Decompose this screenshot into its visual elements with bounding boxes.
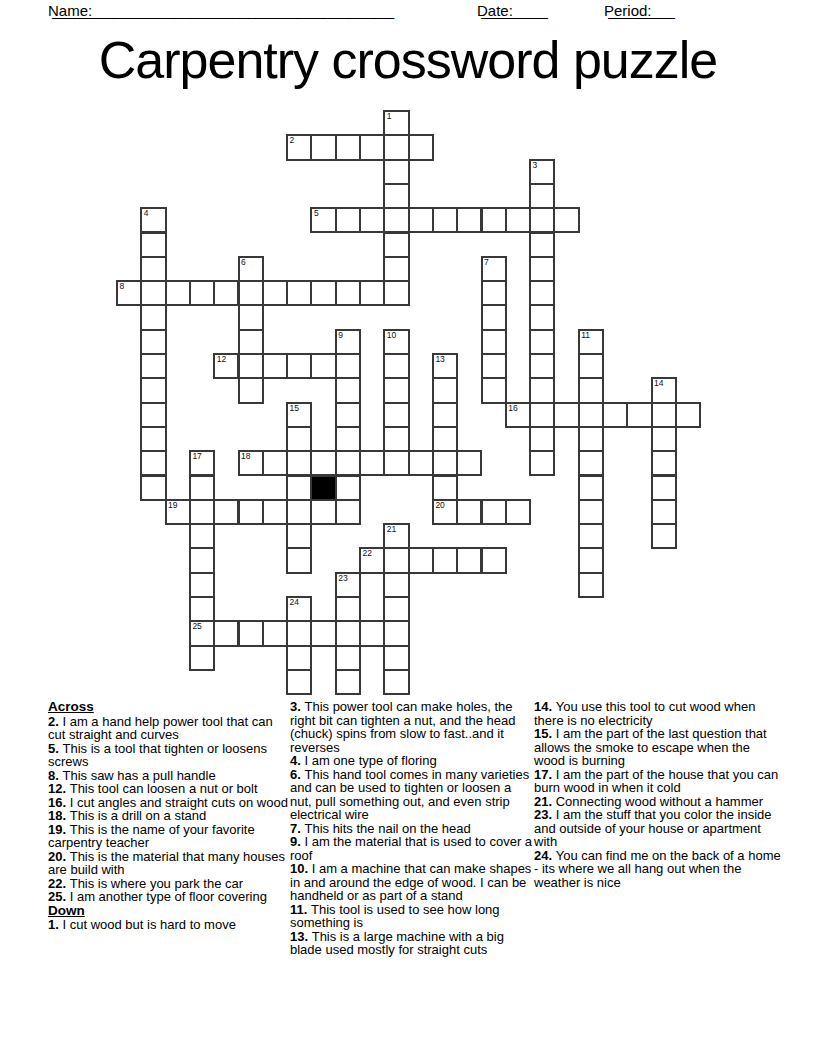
grid-cell[interactable] — [383, 207, 409, 233]
grid-cell[interactable] — [286, 499, 312, 525]
grid-cell[interactable] — [529, 256, 555, 282]
date-blank-line: ________ — [477, 2, 548, 20]
grid-cell[interactable] — [529, 353, 555, 379]
grid-cell[interactable] — [578, 572, 604, 598]
grid-cell[interactable]: 8 — [116, 280, 142, 306]
grid-cell[interactable] — [262, 280, 288, 306]
grid-cell[interactable] — [335, 499, 361, 525]
clue-19: 19. This is the name of your favorite ca… — [48, 823, 288, 850]
grid-cell[interactable] — [359, 620, 385, 646]
grid-cell[interactable] — [189, 475, 215, 501]
grid-cell[interactable] — [383, 572, 409, 598]
grid-cell[interactable] — [432, 377, 458, 403]
grid-cell[interactable] — [262, 353, 288, 379]
clue-number: 17 — [192, 452, 201, 461]
grid-cell[interactable] — [335, 645, 361, 671]
grid-cell[interactable]: 22 — [359, 547, 385, 573]
grid-cell[interactable] — [481, 207, 507, 233]
grid-cell[interactable] — [383, 645, 409, 671]
grid-cell[interactable] — [286, 426, 312, 452]
grid-cell[interactable] — [529, 207, 555, 233]
grid-cell[interactable] — [578, 523, 604, 549]
grid-cell[interactable] — [383, 280, 409, 306]
grid-cell[interactable]: 15 — [286, 402, 312, 428]
grid-cell[interactable] — [553, 207, 579, 233]
grid-cell[interactable] — [238, 304, 264, 330]
grid-cell[interactable] — [481, 353, 507, 379]
clue-21: 21. Connecting wood without a hammer — [534, 795, 784, 809]
clue-22: 22. This is where you park the car — [48, 877, 288, 891]
grid-cell[interactable] — [456, 547, 482, 573]
grid-cell[interactable] — [383, 596, 409, 622]
clue-6: 6. This hand tool comes in many varietie… — [290, 768, 534, 822]
grid-cell[interactable] — [262, 450, 288, 476]
grid-cell[interactable]: 25 — [189, 620, 215, 646]
clue-9: 9. I am the material that is used to cov… — [290, 835, 534, 862]
grid-cell[interactable] — [481, 329, 507, 355]
grid-cell[interactable] — [359, 450, 385, 476]
grid-cell[interactable]: 2 — [286, 134, 312, 160]
grid-cell[interactable] — [432, 426, 458, 452]
grid-cell[interactable] — [456, 450, 482, 476]
grid-cell[interactable] — [310, 620, 336, 646]
grid-cell[interactable] — [383, 669, 409, 695]
clue-number: 21 — [387, 525, 396, 534]
clue-12: 12. This tool can loosen a nut or bolt — [48, 782, 288, 796]
clue-7: 7. This hits the nail on the head — [290, 822, 534, 836]
clue-24: 24. You can find me on the back of a hom… — [534, 849, 784, 890]
clue-number: 6 — [241, 258, 246, 267]
grid-cell[interactable] — [189, 523, 215, 549]
grid-cell[interactable]: 7 — [481, 256, 507, 282]
clue-25: 25. I am another type of floor covering — [48, 890, 288, 904]
grid-cell[interactable] — [553, 402, 579, 428]
clue-16: 16. I cut angles and straight cuts on wo… — [48, 796, 288, 810]
grid-cell[interactable] — [578, 353, 604, 379]
grid-cell[interactable] — [140, 475, 166, 501]
grid-cell[interactable] — [238, 499, 264, 525]
grid-cell[interactable] — [578, 475, 604, 501]
grid-cell[interactable] — [140, 232, 166, 258]
grid-cell[interactable] — [432, 450, 458, 476]
grid-cell[interactable] — [626, 402, 652, 428]
grid-cell[interactable] — [651, 523, 677, 549]
grid-cell[interactable] — [165, 280, 191, 306]
grid-cell[interactable] — [408, 134, 434, 160]
grid-cell[interactable] — [529, 426, 555, 452]
clue-20: 20. This is the material that many house… — [48, 850, 288, 877]
clue-number: 16 — [508, 404, 517, 413]
name-blank-line: ________________________________________… — [48, 2, 394, 20]
grid-cell[interactable] — [578, 547, 604, 573]
clue-number: 15 — [290, 404, 299, 413]
grid-cell[interactable]: 12 — [213, 353, 239, 379]
crossword-grid: 1234567891011121314151617181920212223242… — [116, 110, 702, 696]
grid-cell[interactable] — [383, 426, 409, 452]
clue-column-3: 14. You use this tool to cut wood when t… — [534, 700, 784, 889]
grid-cell[interactable] — [432, 547, 458, 573]
grid-cell[interactable]: 19 — [165, 499, 191, 525]
grid-cell[interactable] — [529, 402, 555, 428]
grid-cell[interactable] — [481, 499, 507, 525]
grid-cell[interactable] — [335, 475, 361, 501]
grid-cell[interactable] — [286, 645, 312, 671]
grid-cell[interactable]: 6 — [238, 256, 264, 282]
grid-cell[interactable] — [286, 475, 312, 501]
grid-cell[interactable] — [213, 620, 239, 646]
grid-cell[interactable] — [286, 547, 312, 573]
grid-cell[interactable] — [140, 353, 166, 379]
clue-number: 14 — [654, 379, 663, 388]
grid-cell[interactable] — [286, 280, 312, 306]
grid-cell[interactable] — [335, 280, 361, 306]
grid-cell[interactable] — [383, 159, 409, 185]
grid-cell[interactable] — [408, 547, 434, 573]
grid-cell[interactable] — [578, 450, 604, 476]
grid-cell[interactable] — [456, 499, 482, 525]
grid-cell[interactable] — [383, 547, 409, 573]
grid-cell[interactable] — [651, 475, 677, 501]
clue-number: 4 — [144, 209, 149, 218]
grid-cell[interactable] — [578, 426, 604, 452]
grid-cell[interactable] — [359, 207, 385, 233]
grid-cell[interactable] — [310, 134, 336, 160]
clue-number: 8 — [120, 282, 125, 291]
clue-number: 19 — [168, 501, 177, 510]
clue-number: 13 — [435, 355, 444, 364]
grid-cell[interactable] — [578, 402, 604, 428]
clue-10: 10. I am a machine that can make shapes … — [290, 862, 534, 903]
grid-cell[interactable]: 16 — [505, 402, 531, 428]
grid-cell[interactable] — [529, 450, 555, 476]
grid-cell[interactable] — [481, 280, 507, 306]
grid-cell[interactable]: 14 — [651, 377, 677, 403]
grid-cell[interactable] — [383, 620, 409, 646]
across-header: Across — [48, 700, 288, 714]
grid-cell[interactable] — [383, 450, 409, 476]
grid-cell[interactable] — [140, 256, 166, 282]
grid-cell[interactable] — [529, 304, 555, 330]
down-header: Down — [48, 904, 288, 918]
clue-number: 18 — [241, 452, 250, 461]
grid-cell[interactable]: 4 — [140, 207, 166, 233]
grid-cell[interactable] — [286, 620, 312, 646]
grid-cell[interactable] — [383, 353, 409, 379]
grid-cell[interactable] — [359, 134, 385, 160]
grid-cell[interactable] — [286, 523, 312, 549]
grid-cell[interactable] — [505, 207, 531, 233]
grid-cell[interactable] — [578, 499, 604, 525]
grid-cell[interactable] — [335, 134, 361, 160]
grid-cell[interactable] — [383, 232, 409, 258]
grid-cell[interactable]: 13 — [432, 353, 458, 379]
grid-cell[interactable]: 5 — [310, 207, 336, 233]
clue-4: 4. I am one type of floring — [290, 754, 534, 768]
grid-cell[interactable]: 9 — [335, 329, 361, 355]
grid-cell[interactable]: 3 — [529, 159, 555, 185]
grid-cell[interactable] — [238, 620, 264, 646]
grid-cell[interactable] — [286, 353, 312, 379]
grid-cell[interactable] — [432, 207, 458, 233]
grid-cell[interactable] — [213, 280, 239, 306]
grid-cell[interactable]: 21 — [383, 523, 409, 549]
grid-cell[interactable] — [238, 329, 264, 355]
clue-column-1: Across2. I am a hand help power tool tha… — [48, 700, 288, 932]
clue-14: 14. You use this tool to cut wood when t… — [534, 700, 784, 727]
grid-cell[interactable] — [481, 547, 507, 573]
clue-1: 1. I cut wood but is hard to move — [48, 918, 288, 932]
grid-cell[interactable] — [408, 207, 434, 233]
grid-cell[interactable] — [335, 207, 361, 233]
clue-13: 13. This is a large machine with a big b… — [290, 930, 534, 957]
grid-cell[interactable] — [481, 304, 507, 330]
grid-cell[interactable] — [335, 450, 361, 476]
grid-cell[interactable] — [310, 353, 336, 379]
grid-cell[interactable] — [651, 450, 677, 476]
grid-cell[interactable] — [310, 450, 336, 476]
clue-5: 5. This is a tool that tighten or loosen… — [48, 742, 288, 769]
grid-cell[interactable] — [383, 183, 409, 209]
grid-cell[interactable] — [213, 499, 239, 525]
grid-cell[interactable] — [335, 426, 361, 452]
clue-number: 7 — [484, 258, 489, 267]
grid-cell[interactable] — [456, 207, 482, 233]
grid-cell[interactable] — [140, 426, 166, 452]
grid-cell[interactable] — [140, 280, 166, 306]
grid-cell[interactable]: 1 — [383, 110, 409, 136]
clue-number: 23 — [338, 574, 347, 583]
clue-11: 11. This tool is used to see how long so… — [290, 903, 534, 930]
grid-cell[interactable] — [578, 377, 604, 403]
grid-cell[interactable]: 11 — [578, 329, 604, 355]
clue-column-2: 3. This power tool can make holes, the r… — [290, 700, 534, 957]
grid-cell[interactable]: 24 — [286, 596, 312, 622]
grid-cell[interactable] — [529, 183, 555, 209]
clue-2: 2. I am a hand help power tool that can … — [48, 715, 288, 742]
grid-cell[interactable] — [335, 402, 361, 428]
clue-number: 3 — [533, 161, 538, 170]
clue-15: 15. I am the part of the last question t… — [534, 727, 784, 768]
grid-cell[interactable] — [286, 450, 312, 476]
grid-cell[interactable] — [335, 596, 361, 622]
period-blank-line: ________ — [604, 2, 675, 20]
grid-cell[interactable] — [335, 377, 361, 403]
clue-number: 11 — [581, 331, 590, 340]
grid-cell[interactable] — [432, 475, 458, 501]
grid-cell[interactable] — [140, 450, 166, 476]
grid-cell[interactable] — [310, 499, 336, 525]
grid-cell[interactable] — [481, 377, 507, 403]
clue-number: 22 — [363, 549, 372, 558]
clue-18: 18. This is a drill on a stand — [48, 809, 288, 823]
grid-cell[interactable]: 23 — [335, 572, 361, 598]
grid-cell[interactable] — [505, 499, 531, 525]
grid-cell[interactable] — [262, 620, 288, 646]
grid-cell[interactable] — [529, 329, 555, 355]
grid-cell[interactable] — [651, 499, 677, 525]
grid-cell[interactable]: 18 — [238, 450, 264, 476]
clue-number: 2 — [290, 136, 295, 145]
grid-cell[interactable] — [238, 353, 264, 379]
grid-cell[interactable] — [140, 304, 166, 330]
grid-cell[interactable] — [189, 499, 215, 525]
grid-cell[interactable] — [140, 329, 166, 355]
grid-cell[interactable]: 20 — [432, 499, 458, 525]
grid-cell[interactable] — [602, 402, 628, 428]
grid-cell[interactable] — [383, 256, 409, 282]
grid-cell[interactable] — [529, 280, 555, 306]
grid-cell[interactable] — [383, 377, 409, 403]
grid-cell[interactable] — [189, 280, 215, 306]
grid-cell[interactable] — [335, 353, 361, 379]
clue-8: 8. This saw has a pull handle — [48, 769, 288, 783]
clue-number: 24 — [290, 598, 299, 607]
grid-cell[interactable] — [651, 426, 677, 452]
grid-cell[interactable] — [238, 377, 264, 403]
clue-23: 23. I am the stuff that you color the in… — [534, 808, 784, 849]
grid-cell[interactable] — [359, 280, 385, 306]
grid-cell[interactable] — [432, 402, 458, 428]
grid-cell[interactable] — [140, 402, 166, 428]
grid-cell[interactable] — [262, 499, 288, 525]
clue-number: 9 — [338, 331, 343, 340]
clue-number: 12 — [217, 355, 226, 364]
grid-cell[interactable] — [335, 620, 361, 646]
grid-cell[interactable] — [383, 402, 409, 428]
grid-cell[interactable]: 17 — [189, 450, 215, 476]
grid-cell[interactable] — [140, 377, 166, 403]
black-cell — [310, 475, 336, 501]
grid-cell[interactable] — [651, 402, 677, 428]
clue-17: 17. I am the part of the house that you … — [534, 768, 784, 795]
clue-number: 1 — [387, 112, 392, 121]
grid-cell[interactable] — [529, 377, 555, 403]
grid-cell[interactable] — [675, 402, 701, 428]
clue-number: 25 — [192, 622, 201, 631]
clue-3: 3. This power tool can make holes, the r… — [290, 700, 534, 754]
clue-number: 5 — [314, 209, 319, 218]
grid-cell[interactable] — [189, 596, 215, 622]
grid-cell[interactable] — [335, 669, 361, 695]
grid-cell[interactable] — [238, 280, 264, 306]
grid-cell[interactable] — [383, 134, 409, 160]
grid-cell[interactable] — [189, 547, 215, 573]
grid-cell[interactable]: 10 — [383, 329, 409, 355]
grid-cell[interactable] — [529, 232, 555, 258]
grid-cell[interactable] — [189, 572, 215, 598]
grid-cell[interactable] — [286, 669, 312, 695]
grid-cell[interactable] — [189, 645, 215, 671]
grid-cell[interactable] — [310, 280, 336, 306]
clue-number: 20 — [435, 501, 444, 510]
page-title: Carpentry crossword puzzle — [0, 30, 816, 90]
clue-number: 10 — [387, 331, 396, 340]
grid-cell[interactable] — [408, 450, 434, 476]
